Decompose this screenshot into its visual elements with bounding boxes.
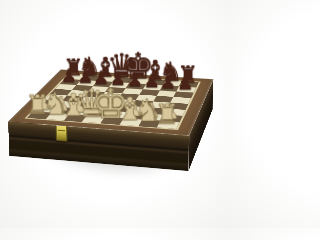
brass-latch-icon — [55, 122, 67, 141]
square-h1: ♜ — [157, 121, 179, 129]
product-photo: ♜♞♝♛♚♝♞♜♟♟♟♟♟♟♟♟♟♟♟♟♟♟♟♟♜♞♝♛♚♝♞♜ — [0, 0, 228, 228]
square-a2: ♟ — [33, 106, 56, 113]
light-pawn-piece: ♟ — [34, 93, 52, 112]
dark-rook-piece: ♜ — [177, 64, 198, 87]
dark-king-piece: ♚ — [122, 49, 154, 83]
dark-rook-piece: ♜ — [63, 57, 84, 79]
board-grid: ♜♞♝♛♚♝♞♜♟♟♟♟♟♟♟♟♟♟♟♟♟♟♟♟♜♞♝♛♚♝♞♜ — [25, 73, 201, 130]
chess-box: ♜♞♝♛♚♝♞♜♟♟♟♟♟♟♟♟♟♟♟♟♟♟♟♟♜♞♝♛♚♝♞♜ — [8, 70, 213, 136]
square-h2: ♟ — [161, 115, 183, 123]
square-e2: ♟ — [105, 111, 127, 119]
